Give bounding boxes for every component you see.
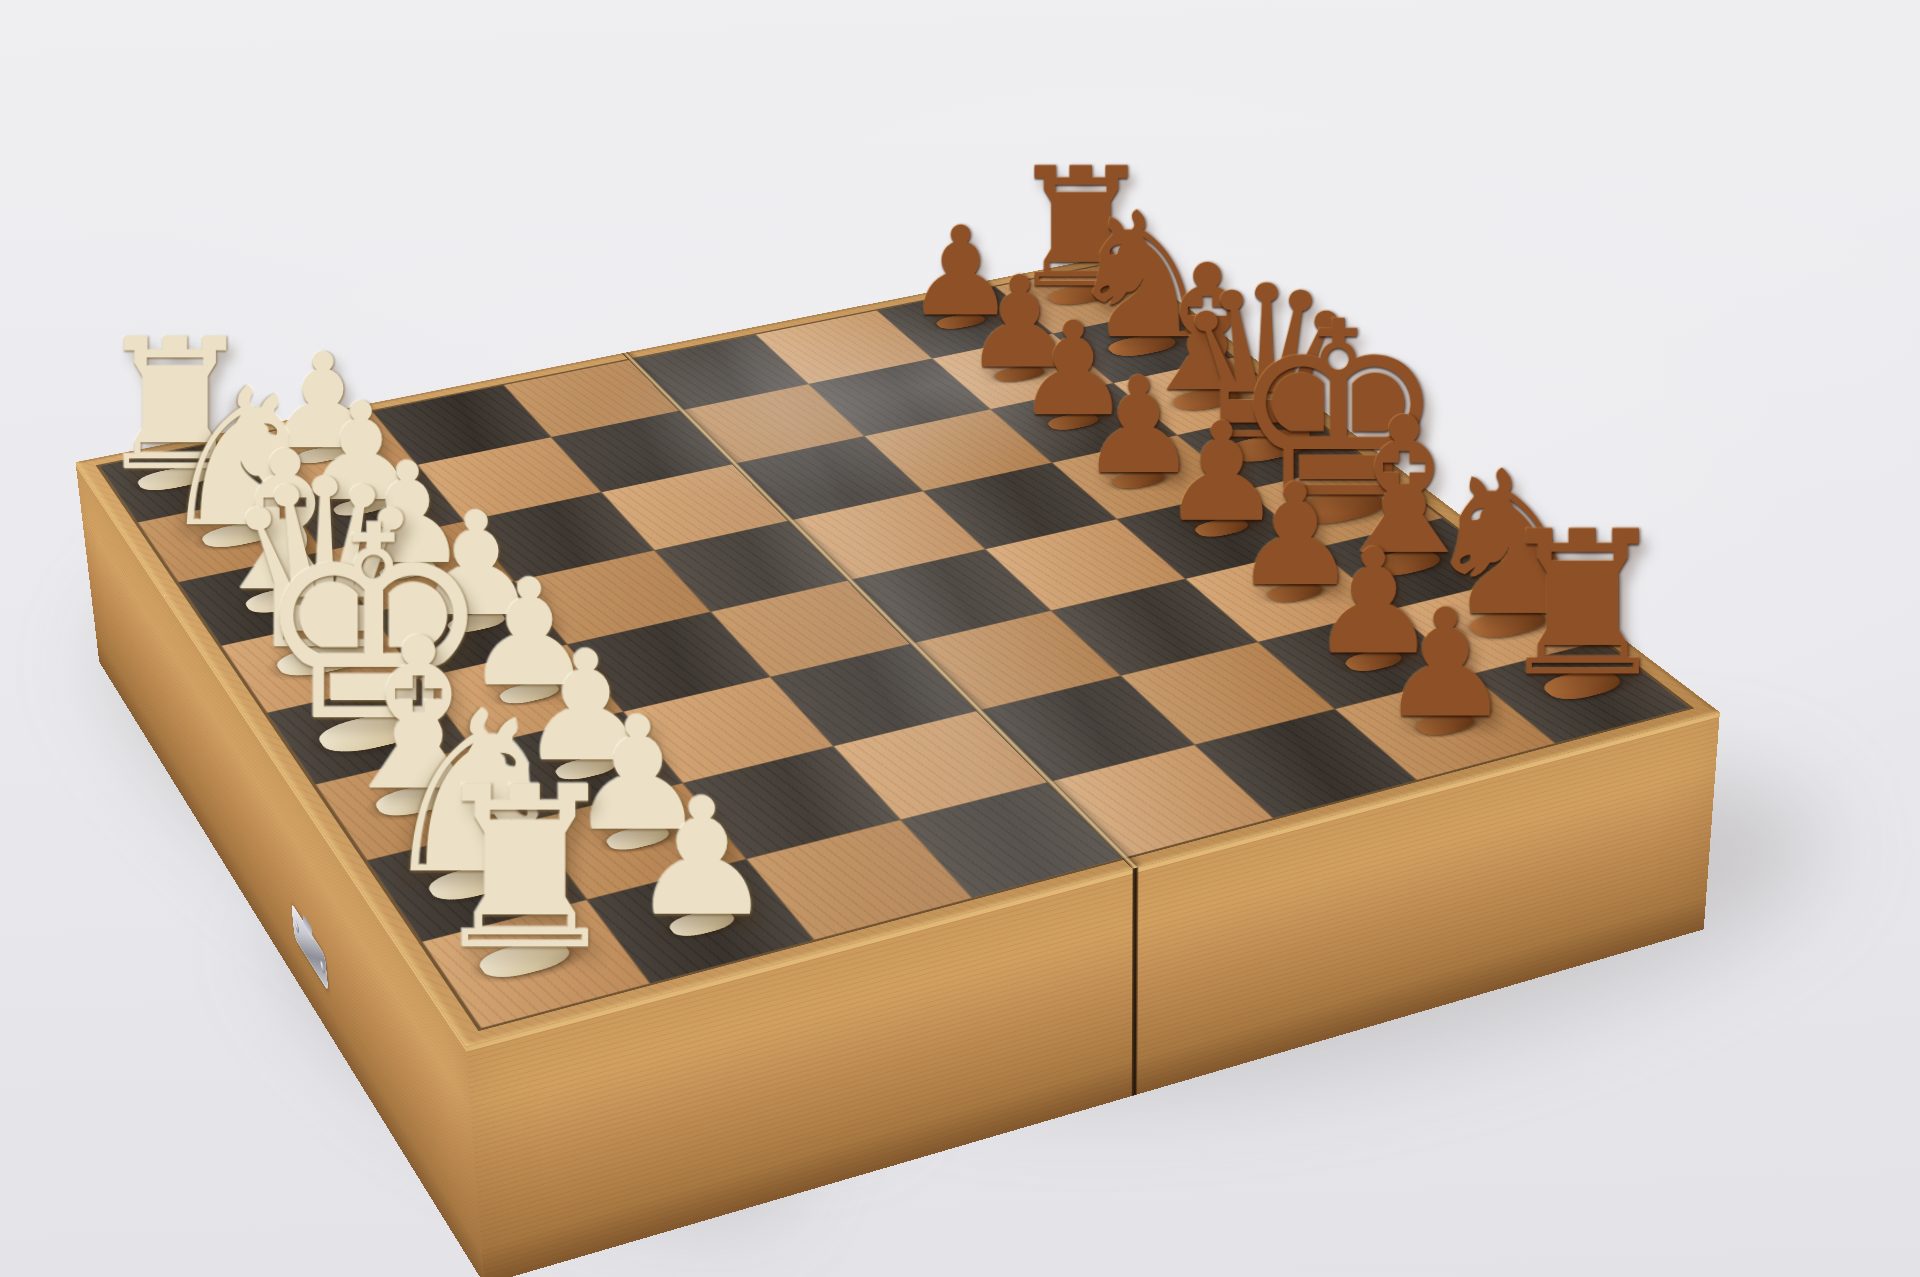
clasp-screw-icon bbox=[295, 918, 300, 935]
white-pawn-glyph: ♟ bbox=[629, 777, 775, 939]
clasp-tongue bbox=[303, 913, 313, 940]
black-rook-glyph: ♜ bbox=[1493, 505, 1672, 704]
photo-scene: ♜♞♝♛♚♝♞♜♟♟♟♟♟♟♟♟♟♟♟♟♟♟♟♟♜♞♝♛♚♝♞♜ bbox=[0, 0, 1920, 1277]
latch-clasp-icon bbox=[291, 902, 329, 992]
clasp-screw-icon bbox=[320, 958, 325, 975]
white-rook-glyph: ♜ bbox=[425, 758, 625, 982]
tray-gap-seam bbox=[1132, 867, 1139, 1096]
black-pawn-glyph: ♟ bbox=[1379, 590, 1513, 739]
chess-board-box: ♜♞♝♛♚♝♞♜♟♟♟♟♟♟♟♟♟♟♟♟♟♟♟♟♜♞♝♛♚♝♞♜ bbox=[76, 255, 1720, 1047]
stage-3d: ♜♞♝♛♚♝♞♜♟♟♟♟♟♟♟♟♟♟♟♟♟♟♟♟♜♞♝♛♚♝♞♜ bbox=[0, 0, 1920, 1277]
